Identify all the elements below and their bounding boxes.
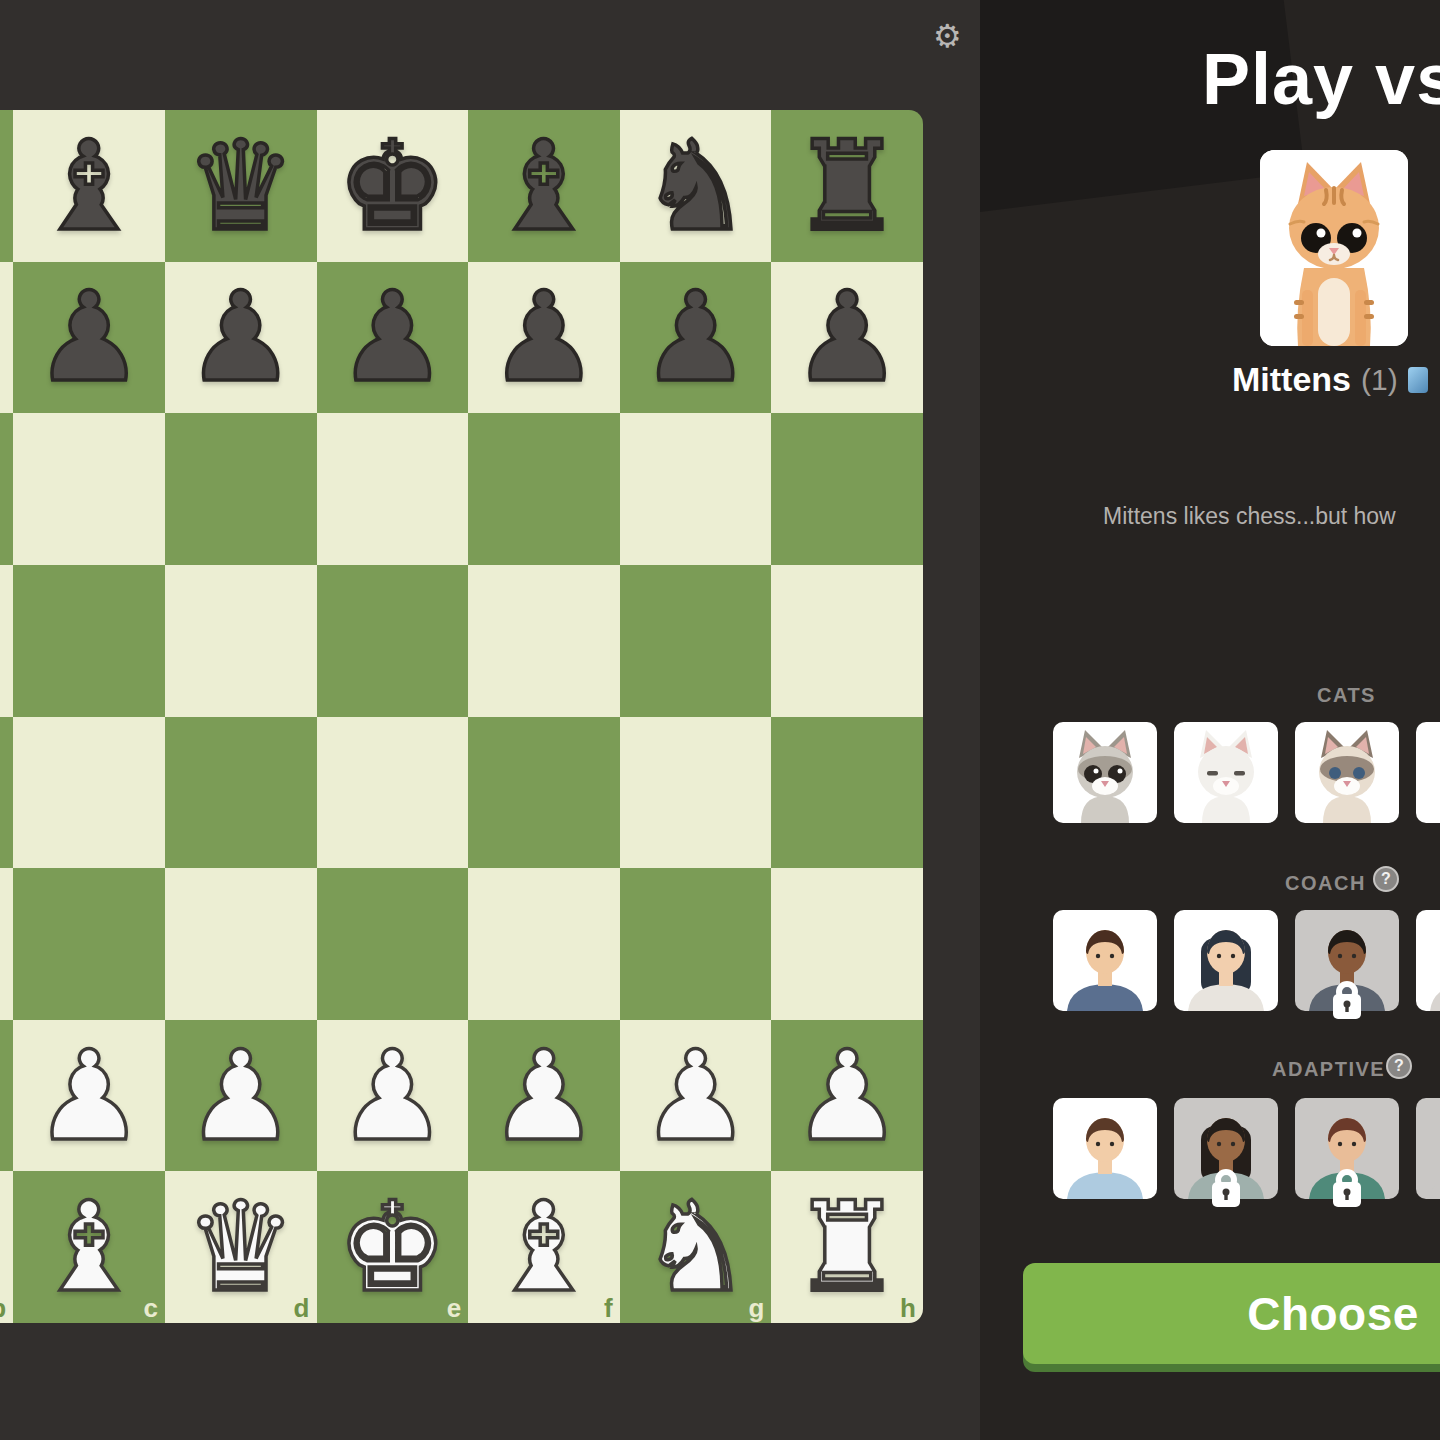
square-c5[interactable]	[13, 565, 165, 717]
square-h2[interactable]: ♟	[771, 1020, 923, 1172]
square-b3[interactable]	[0, 868, 13, 1020]
black-pawn[interactable]: ♟	[33, 275, 144, 399]
white-pawn[interactable]: ♟	[792, 1034, 903, 1158]
white-pawn[interactable]: ♟	[640, 1034, 751, 1158]
square-g8[interactable]: ♞	[620, 110, 772, 262]
square-e4[interactable]	[317, 717, 469, 869]
square-c4[interactable]	[13, 717, 165, 869]
coach-avatar-image-2	[1174, 910, 1278, 1011]
adaptive-avatar-image-4	[1416, 1098, 1440, 1199]
white-queen[interactable]: ♛	[185, 1185, 296, 1309]
square-f3[interactable]	[468, 868, 620, 1020]
file-label-g: g	[748, 1295, 764, 1321]
chess-board[interactable]: ♜♞♝♛♚♝♞♜♟♟♟♟♟♟♟♟♟♟♟♟♟♟♟♟♜a♞b♝c♛d♚e♝f♞g♜h	[0, 110, 923, 1323]
square-f8[interactable]: ♝	[468, 110, 620, 262]
file-label-c: c	[143, 1295, 157, 1321]
black-knight[interactable]: ♞	[640, 124, 751, 248]
file-label-d: d	[294, 1295, 310, 1321]
file-label-e: e	[447, 1295, 461, 1321]
square-b8[interactable]: ♞	[0, 110, 13, 262]
panel-title: Play vs	[1202, 40, 1440, 119]
adaptive-avatar-image-1	[1053, 1098, 1157, 1199]
square-g6[interactable]	[620, 413, 772, 565]
square-e8[interactable]: ♚	[317, 110, 469, 262]
lock-icon	[1327, 977, 1367, 1021]
square-h6[interactable]	[771, 413, 923, 565]
square-f4[interactable]	[468, 717, 620, 869]
square-g3[interactable]	[620, 868, 772, 1020]
bot-avatar-coach-3[interactable]	[1295, 910, 1399, 1011]
square-f7[interactable]: ♟	[468, 262, 620, 414]
square-e5[interactable]	[317, 565, 469, 717]
square-g7[interactable]: ♟	[620, 262, 772, 414]
square-e1[interactable]: ♚e	[317, 1171, 469, 1323]
app-window: ♜♞♝♛♚♝♞♜♟♟♟♟♟♟♟♟♟♟♟♟♟♟♟♟♜a♞b♝c♛d♚e♝f♞g♜h…	[0, 0, 1440, 1440]
file-label-f: f	[604, 1295, 613, 1321]
square-e2[interactable]: ♟	[317, 1020, 469, 1172]
bot-avatar-adaptive-3[interactable]	[1295, 1098, 1399, 1199]
bot-avatar-adaptive-2[interactable]	[1174, 1098, 1278, 1199]
square-g1[interactable]: ♞g	[620, 1171, 772, 1323]
square-d1[interactable]: ♛d	[165, 1171, 317, 1323]
bot-selection-panel: Play vs	[980, 0, 1440, 1440]
lock-icon	[1206, 1165, 1246, 1209]
cats-avatar-image-1	[1053, 722, 1157, 823]
white-pawn[interactable]: ♟	[33, 1034, 144, 1158]
cats-avatar-row	[1053, 722, 1440, 823]
file-label-b: b	[0, 1295, 6, 1321]
square-d3[interactable]	[165, 868, 317, 1020]
black-rook[interactable]: ♜	[792, 124, 903, 248]
black-pawn[interactable]: ♟	[792, 275, 903, 399]
choose-button-label: Choose	[1247, 1287, 1419, 1341]
adaptive-avatar-row	[1053, 1098, 1440, 1199]
square-b7[interactable]: ♟	[0, 262, 13, 414]
square-d5[interactable]	[165, 565, 317, 717]
black-pawn[interactable]: ♟	[185, 275, 296, 399]
square-c8[interactable]: ♝	[13, 110, 165, 262]
black-pawn[interactable]: ♟	[640, 275, 751, 399]
coach-avatar-image-4	[1416, 910, 1440, 1011]
square-b5[interactable]	[0, 565, 13, 717]
square-f2[interactable]: ♟	[468, 1020, 620, 1172]
bot-name-row: Mittens (1)	[1232, 360, 1428, 399]
black-pawn[interactable]: ♟	[488, 275, 599, 399]
square-c6[interactable]	[13, 413, 165, 565]
file-label-h: h	[900, 1295, 916, 1321]
square-c1[interactable]: ♝c	[13, 1171, 165, 1323]
white-pawn[interactable]: ♟	[185, 1034, 296, 1158]
square-d8[interactable]: ♛	[165, 110, 317, 262]
lock-icon	[1327, 1165, 1367, 1209]
square-e6[interactable]	[317, 413, 469, 565]
cats-avatar-image-4	[1416, 722, 1440, 823]
choose-button[interactable]: Choose	[1023, 1263, 1440, 1364]
bot-avatar-cats-4[interactable]	[1416, 722, 1440, 823]
square-h4[interactable]	[771, 717, 923, 869]
square-b4[interactable]	[0, 717, 13, 869]
white-rook[interactable]: ♜	[792, 1185, 903, 1309]
square-h8[interactable]: ♜	[771, 110, 923, 262]
square-f1[interactable]: ♝f	[468, 1171, 620, 1323]
square-c7[interactable]: ♟	[13, 262, 165, 414]
mittens-avatar	[1260, 150, 1408, 346]
cats-avatar-image-2	[1174, 722, 1278, 823]
section-label-coach: COACH	[1285, 872, 1366, 895]
bot-description: Mittens likes chess...but how	[1103, 503, 1396, 530]
bot-avatar-adaptive-1[interactable]	[1053, 1098, 1157, 1199]
bot-name: Mittens	[1232, 360, 1351, 399]
bot-avatar-cats-1[interactable]	[1053, 722, 1157, 823]
section-label-adaptive: ADAPTIVE	[1272, 1058, 1385, 1081]
coach-avatar-image-1	[1053, 910, 1157, 1011]
settings-gear-icon[interactable]: ⚙	[933, 20, 962, 52]
square-d6[interactable]	[165, 413, 317, 565]
section-label-cats: CATS	[1317, 684, 1376, 707]
bot-flair-icon	[1408, 367, 1428, 393]
square-e7[interactable]: ♟	[317, 262, 469, 414]
black-bishop[interactable]: ♝	[488, 124, 599, 248]
square-f6[interactable]	[468, 413, 620, 565]
bot-avatar-adaptive-4[interactable]	[1416, 1098, 1440, 1199]
mittens-cat-illustration	[1260, 150, 1408, 346]
square-h3[interactable]	[771, 868, 923, 1020]
coach-avatar-row	[1053, 910, 1440, 1011]
white-pawn[interactable]: ♟	[337, 1034, 448, 1158]
cats-avatar-image-3	[1295, 722, 1399, 823]
black-bishop[interactable]: ♝	[33, 124, 144, 248]
white-pawn[interactable]: ♟	[488, 1034, 599, 1158]
black-pawn[interactable]: ♟	[337, 275, 448, 399]
white-king[interactable]: ♚	[337, 1185, 448, 1309]
bot-avatar-coach-4[interactable]	[1416, 910, 1440, 1011]
bot-avatar-coach-1[interactable]	[1053, 910, 1157, 1011]
bot-avatar-cats-2[interactable]	[1174, 722, 1278, 823]
square-e3[interactable]	[317, 868, 469, 1020]
white-knight[interactable]: ♞	[640, 1185, 751, 1309]
white-bishop[interactable]: ♝	[488, 1185, 599, 1309]
square-h7[interactable]: ♟	[771, 262, 923, 414]
square-c3[interactable]	[13, 868, 165, 1020]
square-g5[interactable]	[620, 565, 772, 717]
bot-avatar-cats-3[interactable]	[1295, 722, 1399, 823]
square-b6[interactable]	[0, 413, 13, 565]
bot-avatar-coach-2[interactable]	[1174, 910, 1278, 1011]
coach-help-icon[interactable]: ?	[1373, 866, 1399, 892]
bot-rating: (1)	[1361, 363, 1398, 397]
square-c2[interactable]: ♟	[13, 1020, 165, 1172]
black-queen[interactable]: ♛	[185, 124, 296, 248]
square-h1[interactable]: ♜h	[771, 1171, 923, 1323]
square-h5[interactable]	[771, 565, 923, 717]
white-bishop[interactable]: ♝	[33, 1185, 144, 1309]
square-b2[interactable]: ♟	[0, 1020, 13, 1172]
square-g2[interactable]: ♟	[620, 1020, 772, 1172]
square-f5[interactable]	[468, 565, 620, 717]
square-g4[interactable]	[620, 717, 772, 869]
black-king[interactable]: ♚	[337, 124, 448, 248]
square-d2[interactable]: ♟	[165, 1020, 317, 1172]
square-b1[interactable]: ♞b	[0, 1171, 13, 1323]
adaptive-help-icon[interactable]: ?	[1386, 1053, 1412, 1079]
square-d7[interactable]: ♟	[165, 262, 317, 414]
square-d4[interactable]	[165, 717, 317, 869]
